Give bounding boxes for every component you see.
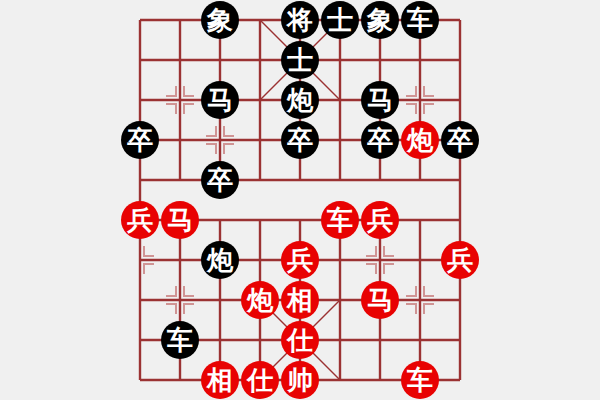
piece-black-general[interactable]: 将 — [281, 1, 319, 39]
piece-black-soldier[interactable]: 卒 — [201, 161, 239, 199]
piece-black-chariot[interactable]: 车 — [401, 1, 439, 39]
piece-black-soldier[interactable]: 卒 — [441, 121, 479, 159]
piece-black-soldier[interactable]: 卒 — [281, 121, 319, 159]
piece-black-advisor[interactable]: 士 — [281, 41, 319, 79]
xiangqi-app: 象将士象车士马炮马卒卒卒炮卒卒兵马车兵炮兵兵炮相马车仕相仕帅车 — [0, 0, 600, 400]
piece-black-elephant[interactable]: 象 — [201, 1, 239, 39]
piece-black-cannon[interactable]: 炮 — [281, 81, 319, 119]
piece-black-chariot[interactable]: 车 — [161, 321, 199, 359]
piece-red-horse[interactable]: 马 — [161, 201, 199, 239]
piece-red-horse[interactable]: 马 — [361, 281, 399, 319]
xiangqi-board[interactable]: 象将士象车士马炮马卒卒卒炮卒卒兵马车兵炮兵兵炮相马车仕相仕帅车 — [120, 0, 480, 400]
piece-black-soldier[interactable]: 卒 — [361, 121, 399, 159]
piece-red-elephant[interactable]: 相 — [201, 361, 239, 399]
piece-red-soldier[interactable]: 兵 — [441, 241, 479, 279]
piece-red-advisor[interactable]: 仕 — [281, 321, 319, 359]
piece-black-cannon[interactable]: 炮 — [201, 241, 239, 279]
piece-red-chariot[interactable]: 车 — [401, 361, 439, 399]
piece-red-cannon[interactable]: 炮 — [241, 281, 279, 319]
piece-red-soldier[interactable]: 兵 — [361, 201, 399, 239]
piece-red-chariot[interactable]: 车 — [321, 201, 359, 239]
piece-red-soldier[interactable]: 兵 — [121, 201, 159, 239]
piece-black-advisor[interactable]: 士 — [321, 1, 359, 39]
piece-red-cannon[interactable]: 炮 — [401, 121, 439, 159]
piece-black-horse[interactable]: 马 — [361, 81, 399, 119]
piece-red-elephant[interactable]: 相 — [281, 281, 319, 319]
piece-red-general[interactable]: 帅 — [281, 361, 319, 399]
piece-black-soldier[interactable]: 卒 — [121, 121, 159, 159]
piece-red-soldier[interactable]: 兵 — [281, 241, 319, 279]
piece-black-elephant[interactable]: 象 — [361, 1, 399, 39]
piece-red-advisor[interactable]: 仕 — [241, 361, 279, 399]
piece-black-horse[interactable]: 马 — [201, 81, 239, 119]
